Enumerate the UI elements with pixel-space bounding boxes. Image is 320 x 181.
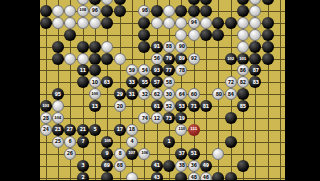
letterbox-right-bar: [285, 0, 320, 180]
go-stone-black: [138, 41, 150, 53]
go-stone-black-79: 79: [163, 53, 175, 65]
go-stone-white: [52, 100, 64, 112]
go-stone-black: [89, 64, 101, 76]
go-stone-white: [249, 5, 261, 17]
go-stone-black-13: 13: [89, 100, 101, 112]
go-stone-white: [52, 5, 64, 17]
go-stone-black: [101, 5, 113, 17]
go-stone-black-11: 11: [77, 64, 89, 76]
go-stone-black: [101, 53, 113, 65]
go-stone-white: [212, 148, 224, 160]
go-stone-black-27: 27: [64, 124, 76, 136]
go-stone-black: [52, 53, 64, 65]
go-stone-black-9: 9: [101, 148, 113, 160]
go-stone-white-18: 18: [126, 124, 138, 136]
go-stone-black-73: 73: [163, 112, 175, 124]
go-stone-white-25: 25: [52, 136, 64, 148]
go-stone-black: [249, 41, 261, 53]
go-stone-black-55: 55: [138, 76, 150, 88]
go-stone-black: [249, 53, 261, 65]
go-stone-white: [237, 41, 249, 53]
go-stone-white-32: 32: [138, 88, 150, 100]
go-stone-black-1: 1: [163, 136, 175, 148]
go-stone-white: [126, 172, 138, 181]
go-stone-white-74: 74: [138, 112, 150, 124]
go-stone-white-88: 88: [163, 41, 175, 53]
go-stone-black-91: 91: [151, 41, 163, 53]
go-stone-white-82: 82: [237, 76, 249, 88]
go-stone-black-105: 105: [101, 136, 113, 148]
go-stone-white-52: 52: [163, 100, 175, 112]
go-stone-white-58: 58: [163, 76, 175, 88]
go-stone-black: [188, 5, 200, 17]
go-stone-white-28: 28: [40, 112, 52, 124]
go-stone-white-108: 108: [77, 5, 89, 17]
go-stone-black-63: 63: [101, 76, 113, 88]
go-stone-black-31: 31: [126, 88, 138, 100]
go-stone-white: [175, 17, 187, 29]
go-stone-black-103: 103: [40, 100, 52, 112]
go-stone-black-81: 81: [200, 100, 212, 112]
go-stone-white-26: 26: [64, 148, 76, 160]
go-stone-black: [151, 5, 163, 17]
go-stone-white-30: 30: [163, 88, 175, 100]
go-stone-white-94: 94: [188, 17, 200, 29]
go-stone-white-72: 72: [225, 76, 237, 88]
go-stone-white: [237, 29, 249, 41]
go-stone-white: [163, 5, 175, 17]
go-stone-white: [64, 5, 76, 17]
go-stone-white-68: 68: [114, 160, 126, 172]
go-stone-black-33: 33: [126, 76, 138, 88]
go-stone-white-12: 12: [151, 112, 163, 124]
go-stone-white-56: 56: [151, 53, 163, 65]
go-stone-black: [200, 29, 212, 41]
go-stone-black-19: 19: [175, 112, 187, 124]
go-stone-white-104: 104: [52, 112, 64, 124]
go-stone-white-80: 80: [212, 88, 224, 100]
go-stone-white-62: 62: [151, 88, 163, 100]
go-stone-white: [163, 17, 175, 29]
go-stone-white-60: 60: [188, 88, 200, 100]
go-stone-black: [52, 41, 64, 53]
go-stone-black-43: 43: [151, 172, 163, 181]
go-stone-white-4: 4: [126, 136, 138, 148]
go-stone-white-59: 59: [126, 64, 138, 76]
go-stone-white: [77, 17, 89, 29]
go-stone-black: [225, 136, 237, 148]
go-stone-black: [40, 5, 52, 17]
go-stone-black: [200, 5, 212, 17]
go-stone-black: [225, 112, 237, 124]
go-stone-white: [249, 17, 261, 29]
go-stone-black: [262, 41, 274, 53]
go-stone-white-96: 96: [89, 5, 101, 17]
go-stone-black: [77, 76, 89, 88]
go-stone-black-61: 61: [151, 100, 163, 112]
go-stone-white-10: 10: [89, 76, 101, 88]
go-stone-black-57: 57: [151, 76, 163, 88]
go-stone-white: [175, 29, 187, 41]
go-stone-black-3: 3: [77, 160, 89, 172]
go-stone-black-83: 83: [249, 76, 261, 88]
go-stone-black-95: 95: [52, 88, 64, 100]
go-stone-black: [101, 17, 113, 29]
go-stone-black-21: 21: [77, 124, 89, 136]
go-stone-black-7: 7: [77, 136, 89, 148]
go-stone-black-77: 77: [163, 64, 175, 76]
go-stone-black: [101, 172, 113, 181]
go-stone-black-107: 107: [126, 148, 138, 160]
go-stone-black: [175, 172, 187, 181]
go-stone-black: [225, 17, 237, 29]
go-stone-black: [138, 29, 150, 41]
go-stone-black-17: 17: [114, 124, 126, 136]
go-stone-white: [64, 17, 76, 29]
go-stone-black-102: 102: [225, 53, 237, 65]
go-stone-black: [225, 172, 237, 181]
video-frame: 1089698949188905679899210210111595493777…: [0, 0, 320, 180]
go-stone-white-106: 106: [138, 148, 150, 160]
go-stone-white-8: 8: [114, 148, 126, 160]
go-stone-white-38: 38: [175, 160, 187, 172]
go-stone-white: [89, 17, 101, 29]
go-stone-black: [163, 160, 175, 172]
go-stone-black-87: 87: [249, 64, 261, 76]
go-stone-white-92: 92: [188, 53, 200, 65]
go-stone-white: [77, 53, 89, 65]
go-stone-black-23: 23: [52, 124, 64, 136]
go-stone-black: [64, 29, 76, 41]
go-stone-black: [237, 160, 249, 172]
go-stone-black-41: 41: [151, 160, 163, 172]
go-stone-black: [212, 17, 224, 29]
go-stone-black-37: 37: [175, 148, 187, 160]
go-stone-black: [262, 53, 274, 65]
go-stone-white-24: 24: [40, 124, 52, 136]
go-stone-white-110: 110: [175, 124, 187, 136]
go-stone-last-move-111: 111: [188, 124, 200, 136]
go-stone-black-51: 51: [188, 148, 200, 160]
go-stone-white-20: 20: [114, 100, 126, 112]
go-stone-white-84: 84: [225, 88, 237, 100]
go-stone-black-5: 5: [89, 124, 101, 136]
go-stone-white-48: 48: [188, 172, 200, 181]
go-stone-black-71: 71: [188, 100, 200, 112]
go-stone-black-85: 85: [237, 100, 249, 112]
go-stone-white-100: 100: [89, 88, 101, 100]
go-stone-black: [262, 0, 274, 5]
letterbox-left-bar: [0, 0, 40, 180]
go-stone-black-69: 69: [101, 160, 113, 172]
go-stone-black: [262, 17, 274, 29]
go-stone-white: [64, 53, 76, 65]
go-stone-white: [151, 17, 163, 29]
go-stone-white: [249, 29, 261, 41]
go-stone-white-64: 64: [175, 88, 187, 100]
go-stone-black: [89, 53, 101, 65]
go-stone-black-29: 29: [114, 88, 126, 100]
go-stone-white: [114, 53, 126, 65]
go-stone-white: [200, 17, 212, 29]
go-stone-black: [212, 29, 224, 41]
go-stone-white: [101, 41, 113, 53]
go-stone-black-2: 2: [77, 172, 89, 181]
go-stone-black: [138, 17, 150, 29]
go-stone-white-86: 86: [237, 64, 249, 76]
go-stone-black: [237, 88, 249, 100]
go-stone-black-53: 53: [175, 100, 187, 112]
go-stone-black-101: 101: [237, 53, 249, 65]
go-stone-black: [89, 41, 101, 53]
go-board: 1089698949188905679899210210111595493777…: [40, 0, 285, 180]
go-stone-white: [52, 17, 64, 29]
go-stone-white-78: 78: [175, 64, 187, 76]
go-stone-white-98: 98: [138, 5, 150, 17]
go-stone-white-54: 54: [138, 64, 150, 76]
go-stone-black: [212, 172, 224, 181]
go-stone-white: [237, 17, 249, 29]
go-stone-black: [175, 5, 187, 17]
go-stone-white-6: 6: [64, 136, 76, 148]
go-stone-black-49: 49: [200, 160, 212, 172]
go-stone-white-46: 46: [200, 172, 212, 181]
go-stone-black-89: 89: [175, 53, 187, 65]
go-stone-white-90: 90: [175, 41, 187, 53]
go-stone-white: [188, 29, 200, 41]
go-stone-black: [237, 5, 249, 17]
go-stone-black-93: 93: [151, 64, 163, 76]
go-stone-white-36: 36: [188, 160, 200, 172]
go-stone-black: [77, 41, 89, 53]
go-stone-black: [40, 17, 52, 29]
go-stone-black: [262, 29, 274, 41]
go-stone-black: [114, 5, 126, 17]
